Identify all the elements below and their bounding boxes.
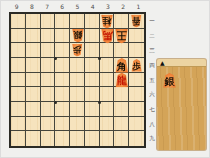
board-cell[interactable] — [70, 102, 85, 117]
board-cell[interactable] — [11, 14, 26, 29]
piece-kanji: 桂 — [103, 15, 112, 25]
board-cell[interactable] — [41, 131, 56, 146]
shogi-diagram: 987654321 桂香銀馬王歩角歩龍 一二三四五六七八九 ▲ 銀 — [0, 0, 210, 158]
board-cell[interactable] — [100, 58, 115, 73]
board-cell[interactable] — [55, 73, 70, 88]
board-cell[interactable] — [55, 58, 70, 73]
board-cell[interactable] — [100, 87, 115, 102]
board-cell[interactable] — [70, 117, 85, 132]
piece-kanji: 歩 — [73, 44, 82, 54]
board-cell[interactable] — [100, 117, 115, 132]
hand-pieces: 銀 — [163, 73, 203, 143]
board-cell[interactable] — [41, 102, 56, 117]
board-cell[interactable] — [11, 73, 26, 88]
board-cell[interactable] — [11, 102, 26, 117]
rank-label: 九 — [148, 131, 157, 146]
piece-kanji: 角 — [117, 62, 127, 73]
board-cell[interactable] — [114, 131, 129, 146]
board-cell[interactable] — [11, 117, 26, 132]
shogi-piece-銀[interactable]: 銀 — [163, 73, 176, 88]
board-cell[interactable] — [114, 43, 129, 58]
board-cell[interactable] — [41, 14, 56, 29]
board-cell[interactable] — [55, 87, 70, 102]
board-cell[interactable] — [129, 43, 144, 58]
board-cell[interactable] — [85, 43, 100, 58]
board-cell[interactable] — [55, 14, 70, 29]
board-cell[interactable] — [85, 58, 100, 73]
board-cell[interactable] — [26, 14, 41, 29]
board-cell[interactable] — [129, 131, 144, 146]
board-cell[interactable] — [70, 87, 85, 102]
rank-label: 三 — [148, 43, 157, 58]
komadai-sente: ▲ 銀 — [157, 59, 206, 150]
board-cell[interactable] — [85, 29, 100, 44]
hoshi-dot — [98, 57, 101, 60]
rank-label: 六 — [148, 87, 157, 102]
board-cell[interactable] — [26, 29, 41, 44]
board-cell[interactable] — [129, 73, 144, 88]
board-cell[interactable] — [85, 73, 100, 88]
board-cell[interactable] — [85, 87, 100, 102]
board-cell[interactable] — [70, 73, 85, 88]
piece-kanji: 銀 — [73, 29, 82, 39]
piece-kanji: 銀 — [165, 77, 175, 88]
file-label: 3 — [100, 2, 115, 11]
board-cell[interactable] — [129, 29, 144, 44]
board-cell[interactable] — [11, 87, 26, 102]
board-cell[interactable] — [26, 87, 41, 102]
board-cell[interactable] — [85, 117, 100, 132]
board-cell[interactable] — [11, 43, 26, 58]
board-cell[interactable] — [114, 14, 129, 29]
rank-label: 八 — [148, 117, 157, 132]
hoshi-dot — [98, 101, 101, 104]
board-cell[interactable] — [41, 58, 56, 73]
board-cell[interactable] — [129, 102, 144, 117]
file-labels: 987654321 — [9, 2, 146, 11]
board-cell[interactable] — [114, 117, 129, 132]
board-cell[interactable] — [55, 29, 70, 44]
rank-label: 二 — [148, 29, 157, 44]
piece-kanji: 王 — [117, 29, 127, 40]
piece-kanji: 馬 — [102, 29, 112, 40]
board-cell[interactable] — [26, 131, 41, 146]
board-cell[interactable] — [70, 131, 85, 146]
rank-label: 五 — [148, 73, 157, 88]
board-grid: 桂香銀馬王歩角歩龍 — [11, 14, 144, 146]
board-cell[interactable] — [100, 131, 115, 146]
board-cell[interactable] — [55, 102, 70, 117]
file-label: 6 — [55, 2, 70, 11]
board-cell[interactable] — [70, 58, 85, 73]
shogi-board: 桂香銀馬王歩角歩龍 — [9, 12, 146, 148]
file-label: 2 — [116, 2, 131, 11]
file-label: 4 — [85, 2, 100, 11]
board-cell[interactable] — [100, 73, 115, 88]
board-cell[interactable] — [41, 117, 56, 132]
board-cell[interactable] — [41, 43, 56, 58]
rank-label: 一 — [148, 14, 157, 29]
board-cell[interactable] — [114, 87, 129, 102]
board-cell[interactable] — [129, 117, 144, 132]
rank-labels: 一二三四五六七八九 — [148, 14, 157, 146]
board-cell[interactable] — [55, 131, 70, 146]
board-cell[interactable] — [100, 43, 115, 58]
board-cell[interactable] — [85, 14, 100, 29]
board-cell[interactable] — [11, 29, 26, 44]
board-cell[interactable] — [11, 58, 26, 73]
board-cell[interactable] — [26, 43, 41, 58]
file-label: 9 — [9, 2, 24, 11]
piece-kanji: 龍 — [117, 76, 127, 87]
file-label: 1 — [131, 2, 146, 11]
piece-kanji: 歩 — [132, 62, 141, 72]
file-label: 5 — [70, 2, 85, 11]
piece-kanji: 香 — [132, 15, 141, 25]
rank-label: 七 — [148, 102, 157, 117]
board-cell[interactable] — [85, 102, 100, 117]
hoshi-dot — [54, 57, 57, 60]
file-label: 8 — [24, 2, 39, 11]
sente-marker: ▲ — [160, 59, 165, 67]
board-cell[interactable] — [129, 87, 144, 102]
board-cell[interactable] — [41, 73, 56, 88]
board-cell[interactable] — [11, 131, 26, 146]
board-cell[interactable] — [100, 102, 115, 117]
file-label: 7 — [39, 2, 54, 11]
board-cell[interactable] — [26, 73, 41, 88]
hoshi-dot — [54, 101, 57, 104]
board-cell[interactable] — [41, 29, 56, 44]
board-cell[interactable] — [41, 87, 56, 102]
board-cell[interactable] — [114, 102, 129, 117]
board-cell[interactable] — [26, 117, 41, 132]
rank-label: 四 — [148, 58, 157, 73]
board-cell[interactable] — [85, 131, 100, 146]
board-cell[interactable] — [26, 102, 41, 117]
board-cell[interactable] — [26, 58, 41, 73]
board-cell[interactable] — [55, 117, 70, 132]
board-cell[interactable] — [55, 43, 70, 58]
board-cell[interactable] — [70, 14, 85, 29]
